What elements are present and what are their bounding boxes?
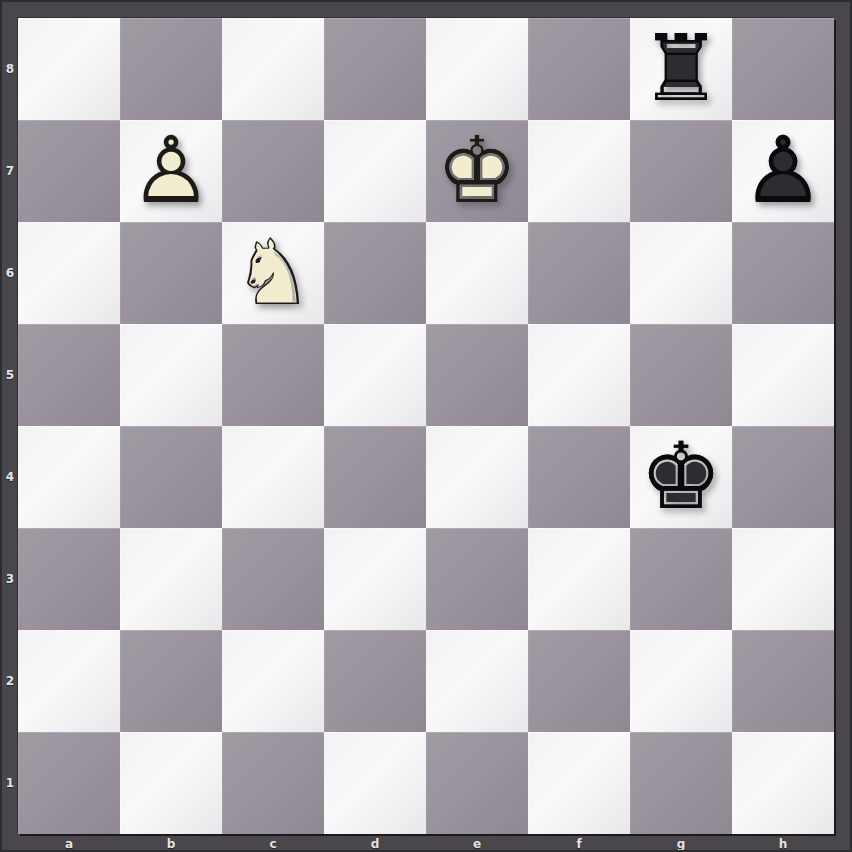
square-h8[interactable] <box>732 18 834 120</box>
square-c1[interactable] <box>222 732 324 834</box>
square-c2[interactable] <box>222 630 324 732</box>
square-f3[interactable] <box>528 528 630 630</box>
black-rook[interactable]: ♜♖ <box>630 18 732 120</box>
square-e4[interactable] <box>426 426 528 528</box>
square-a6[interactable] <box>18 222 120 324</box>
black-king-outline-glyph: ♔ <box>630 426 732 528</box>
chess-board: ♜♖♟♙♚♔♟♙♞♘♚♔ <box>18 18 834 834</box>
square-f7[interactable] <box>528 120 630 222</box>
file-label-e: e <box>426 836 528 852</box>
square-c6[interactable]: ♞♘ <box>222 222 324 324</box>
square-a3[interactable] <box>18 528 120 630</box>
rank-label-5: 5 <box>2 324 18 426</box>
square-a4[interactable] <box>18 426 120 528</box>
square-f5[interactable] <box>528 324 630 426</box>
square-g2[interactable] <box>630 630 732 732</box>
file-labels: abcdefgh <box>18 836 834 852</box>
square-a1[interactable] <box>18 732 120 834</box>
square-c3[interactable] <box>222 528 324 630</box>
square-e3[interactable] <box>426 528 528 630</box>
square-h3[interactable] <box>732 528 834 630</box>
square-d3[interactable] <box>324 528 426 630</box>
rank-label-1: 1 <box>2 732 18 834</box>
square-e2[interactable] <box>426 630 528 732</box>
square-d2[interactable] <box>324 630 426 732</box>
file-label-d: d <box>324 836 426 852</box>
square-d1[interactable] <box>324 732 426 834</box>
square-f1[interactable] <box>528 732 630 834</box>
file-label-f: f <box>528 836 630 852</box>
square-g1[interactable] <box>630 732 732 834</box>
square-h2[interactable] <box>732 630 834 732</box>
square-e1[interactable] <box>426 732 528 834</box>
square-f6[interactable] <box>528 222 630 324</box>
square-e5[interactable] <box>426 324 528 426</box>
black-rook-outline-glyph: ♖ <box>630 18 732 120</box>
rank-label-3: 3 <box>2 528 18 630</box>
square-g6[interactable] <box>630 222 732 324</box>
square-g3[interactable] <box>630 528 732 630</box>
white-king-outline-glyph: ♔ <box>426 120 528 222</box>
square-h1[interactable] <box>732 732 834 834</box>
square-d7[interactable] <box>324 120 426 222</box>
rank-label-4: 4 <box>2 426 18 528</box>
rank-labels: 87654321 <box>2 18 18 834</box>
square-g4[interactable]: ♚♔ <box>630 426 732 528</box>
black-pawn[interactable]: ♟♙ <box>732 120 834 222</box>
square-h6[interactable] <box>732 222 834 324</box>
square-b2[interactable] <box>120 630 222 732</box>
square-a2[interactable] <box>18 630 120 732</box>
square-b1[interactable] <box>120 732 222 834</box>
square-h7[interactable]: ♟♙ <box>732 120 834 222</box>
square-c4[interactable] <box>222 426 324 528</box>
square-e7[interactable]: ♚♔ <box>426 120 528 222</box>
file-label-b: b <box>120 836 222 852</box>
square-d4[interactable] <box>324 426 426 528</box>
square-d8[interactable] <box>324 18 426 120</box>
white-pawn[interactable]: ♟♙ <box>120 120 222 222</box>
square-f4[interactable] <box>528 426 630 528</box>
white-pawn-outline-glyph: ♙ <box>120 120 222 222</box>
square-b7[interactable]: ♟♙ <box>120 120 222 222</box>
square-b3[interactable] <box>120 528 222 630</box>
square-d6[interactable] <box>324 222 426 324</box>
square-h5[interactable] <box>732 324 834 426</box>
square-f8[interactable] <box>528 18 630 120</box>
white-king[interactable]: ♚♔ <box>426 120 528 222</box>
square-b8[interactable] <box>120 18 222 120</box>
square-c8[interactable] <box>222 18 324 120</box>
rank-label-2: 2 <box>2 630 18 732</box>
square-e6[interactable] <box>426 222 528 324</box>
black-king[interactable]: ♚♔ <box>630 426 732 528</box>
file-label-g: g <box>630 836 732 852</box>
square-a7[interactable] <box>18 120 120 222</box>
rank-label-8: 8 <box>2 18 18 120</box>
rank-label-7: 7 <box>2 120 18 222</box>
square-g8[interactable]: ♜♖ <box>630 18 732 120</box>
white-knight-outline-glyph: ♘ <box>222 222 324 324</box>
square-g5[interactable] <box>630 324 732 426</box>
square-b6[interactable] <box>120 222 222 324</box>
square-c5[interactable] <box>222 324 324 426</box>
square-b5[interactable] <box>120 324 222 426</box>
square-c7[interactable] <box>222 120 324 222</box>
white-knight[interactable]: ♞♘ <box>222 222 324 324</box>
file-label-h: h <box>732 836 834 852</box>
square-a8[interactable] <box>18 18 120 120</box>
square-f2[interactable] <box>528 630 630 732</box>
chess-board-frame: 87654321 ♜♖♟♙♚♔♟♙♞♘♚♔ abcdefgh <box>0 0 852 852</box>
black-pawn-outline-glyph: ♙ <box>732 120 834 222</box>
square-a5[interactable] <box>18 324 120 426</box>
square-h4[interactable] <box>732 426 834 528</box>
square-g7[interactable] <box>630 120 732 222</box>
rank-label-6: 6 <box>2 222 18 324</box>
square-b4[interactable] <box>120 426 222 528</box>
file-label-c: c <box>222 836 324 852</box>
square-e8[interactable] <box>426 18 528 120</box>
file-label-a: a <box>18 836 120 852</box>
square-d5[interactable] <box>324 324 426 426</box>
